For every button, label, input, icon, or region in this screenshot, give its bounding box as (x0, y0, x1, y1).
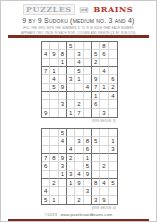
puzzle2-cell-r9c4[interactable] (67, 196, 75, 204)
puzzle2-cell-r3c7[interactable] (92, 146, 100, 154)
puzzle2-cell-r6c5[interactable]: 4 (75, 171, 83, 179)
puzzle1-cell-r3c5[interactable]: 4 (75, 59, 83, 67)
puzzle1-cell-r8c3[interactable]: 3 (59, 100, 67, 108)
puzzle1-cell-r4c2[interactable]: 1 (50, 67, 58, 75)
puzzle2-cell-r5c7[interactable] (92, 162, 100, 170)
puzzle1-cell-r5c5[interactable]: 1 (75, 75, 83, 83)
puzzle1-cell-r6c1[interactable] (42, 84, 50, 92)
puzzle2-cell-r3c3[interactable] (59, 146, 67, 154)
puzzle1-cell-r9c4[interactable]: 1 (67, 109, 75, 117)
puzzle1-cell-r2c4[interactable] (67, 50, 75, 58)
puzzle1-cell-r3c8[interactable] (100, 59, 108, 67)
puzzle2-cell-r3c8[interactable] (100, 146, 108, 154)
puzzle1-cell-r2c6[interactable] (84, 50, 92, 58)
puzzle1-cell-r8c7[interactable]: 6 (92, 100, 100, 108)
puzzle2-cell-r5c9[interactable] (109, 162, 117, 170)
puzzle1-cell-r3c7[interactable]: 2 (92, 59, 100, 67)
puzzle1-cell-r3c2[interactable] (50, 59, 58, 67)
puzzle1-cell-r7c7[interactable]: 1 (92, 92, 100, 100)
puzzle2-cell-r5c1[interactable]: 6 (42, 162, 50, 170)
puzzle1-cell-r7c2[interactable] (50, 92, 58, 100)
puzzle2-cell-r8c4[interactable] (67, 187, 75, 195)
puzzle2-cell-r7c7[interactable]: 8 (92, 179, 100, 187)
puzzle2-cell-r7c1[interactable] (42, 179, 50, 187)
puzzle1-cell-r1c3[interactable] (59, 42, 67, 50)
puzzle2-cell-r7c8[interactable]: 4 (100, 179, 108, 187)
puzzle2-cell-r4c6[interactable]: 1 (84, 154, 92, 162)
puzzle1-cell-r1c4[interactable]: 5 (67, 42, 75, 50)
puzzle1-cell-r8c9[interactable] (109, 100, 117, 108)
puzzle1-cell-r7c5[interactable] (75, 92, 83, 100)
puzzle2-cell-r7c4[interactable]: 1 (67, 179, 75, 187)
puzzle1-cell-r9c1[interactable]: 9 (42, 109, 50, 117)
sudoku-grid-medium-3: 58498356142715443196594712143269173 (41, 41, 118, 118)
puzzle1-cell-r7c9[interactable]: 4 (109, 92, 117, 100)
puzzle1-cell-r1c5[interactable] (75, 42, 83, 50)
puzzle2-cell-r7c5[interactable]: 9 (75, 179, 83, 187)
puzzle1-cell-r3c9[interactable] (109, 59, 117, 67)
puzzle1-cell-r4c7[interactable] (92, 67, 100, 75)
puzzle2-cell-r9c7[interactable]: 3 (92, 196, 100, 204)
puzzle2-cell-r8c2[interactable] (50, 187, 58, 195)
puzzle1-cell-r7c4[interactable] (67, 92, 75, 100)
puzzle1-cell-r9c9[interactable] (109, 109, 117, 117)
puzzle1-cell-r1c9[interactable] (109, 42, 117, 50)
puzzle2-cell-r4c7[interactable] (92, 154, 100, 162)
puzzle1-cell-r5c3[interactable] (59, 75, 67, 83)
puzzle2-cell-r7c2[interactable]: 2 (50, 179, 58, 187)
puzzle1-cell-r1c1[interactable] (42, 42, 50, 50)
puzzle2-cell-r7c3[interactable] (59, 179, 67, 187)
puzzle1-cell-r3c6[interactable] (84, 59, 92, 67)
puzzle1-cell-r3c4[interactable] (67, 59, 75, 67)
puzzle1-cell-r7c1[interactable] (42, 92, 50, 100)
puzzle2-cell-r4c9[interactable] (109, 154, 117, 162)
puzzle2-cell-r4c8[interactable] (100, 154, 108, 162)
puzzle2-cell-r4c2[interactable]: 8 (50, 154, 58, 162)
puzzle1-cell-r8c1[interactable] (42, 100, 50, 108)
puzzle1-cell-r6c9[interactable]: 2 (109, 84, 117, 92)
puzzle2-cell-r4c4[interactable]: 2 (67, 154, 75, 162)
puzzle2-cell-r2c9[interactable]: 1 (109, 137, 117, 145)
puzzle1-cell-r9c6[interactable] (84, 109, 92, 117)
puzzle-1-caption: (9x9 medium 3) (66, 119, 116, 123)
bottom-accent-bar (8, 219, 149, 222)
puzzle1-cell-r5c6[interactable] (84, 75, 92, 83)
puzzle2-cell-r6c9[interactable] (109, 171, 117, 179)
puzzle1-cell-r4c6[interactable] (84, 67, 92, 75)
puzzle1-cell-r7c8[interactable] (100, 92, 108, 100)
puzzle2-cell-r9c3[interactable] (59, 196, 67, 204)
puzzle2-cell-r9c5[interactable]: 2 (75, 196, 83, 204)
puzzle1-cell-r2c3[interactable]: 8 (59, 50, 67, 58)
puzzle2-cell-r3c2[interactable] (50, 146, 58, 154)
puzzle2-cell-r1c3[interactable]: 5 (59, 129, 67, 137)
puzzle1-cell-r6c6[interactable]: 4 (84, 84, 92, 92)
puzzle1-cell-r2c8[interactable]: 6 (100, 50, 108, 58)
puzzle2-cell-r9c8[interactable]: 9 (100, 196, 108, 204)
puzzle1-cell-r1c8[interactable]: 8 (100, 42, 108, 50)
puzzle1-cell-r6c2[interactable]: 5 (50, 84, 58, 92)
puzzle1-cell-r8c8[interactable] (100, 100, 108, 108)
puzzle2-cell-r4c3[interactable]: 9 (59, 154, 67, 162)
puzzle2-cell-r7c6[interactable] (84, 179, 92, 187)
puzzle2-cell-r6c7[interactable] (92, 171, 100, 179)
puzzle1-cell-r4c4[interactable] (67, 67, 75, 75)
sudoku-grid-medium-4: 54385146378921635213492198454351239 (41, 128, 118, 205)
puzzle1-cell-r8c2[interactable] (50, 100, 58, 108)
puzzle2-cell-r3c5[interactable] (75, 146, 83, 154)
puzzle2-cell-r8c5[interactable] (75, 187, 83, 195)
puzzle2-cell-r9c1[interactable]: 5 (42, 196, 50, 204)
puzzle1-cell-r4c5[interactable]: 5 (75, 67, 83, 75)
puzzle1-cell-r3c1[interactable] (42, 59, 50, 67)
puzzle2-cell-r5c6[interactable]: 5 (84, 162, 92, 170)
puzzle1-cell-r2c9[interactable] (109, 50, 117, 58)
puzzle2-cell-r4c1[interactable]: 7 (42, 154, 50, 162)
puzzle1-cell-r6c8[interactable]: 1 (100, 84, 108, 92)
puzzle2-cell-r1c7[interactable] (92, 129, 100, 137)
puzzle2-cell-r8c7[interactable] (92, 187, 100, 195)
top-accent-bar (8, 35, 149, 38)
puzzle2-cell-r8c3[interactable] (59, 187, 67, 195)
puzzle1-cell-r4c9[interactable] (109, 67, 117, 75)
puzzle2-cell-r2c5[interactable]: 3 (75, 137, 83, 145)
puzzle2-cell-r5c3[interactable]: 3 (59, 162, 67, 170)
puzzle1-cell-r6c5[interactable] (75, 84, 83, 92)
page-title: 9 by 9 Sudoku (medium no. 3 and 4) (22, 17, 134, 24)
puzzle1-cell-r8c6[interactable] (84, 100, 92, 108)
puzzle-2-caption: (9x9 medium 4) (66, 206, 116, 210)
puzzle1-cell-r4c3[interactable] (59, 67, 67, 75)
puzzle2-cell-r1c5[interactable] (75, 129, 83, 137)
puzzle2-cell-r1c1[interactable] (42, 129, 50, 137)
puzzle1-cell-r9c2[interactable] (50, 109, 58, 117)
puzzle2-cell-r6c3[interactable]: 1 (59, 171, 67, 179)
puzzle1-cell-r9c8[interactable]: 3 (100, 109, 108, 117)
puzzle2-cell-r2c7[interactable]: 5 (92, 137, 100, 145)
puzzle1-cell-r5c2[interactable]: 4 (50, 75, 58, 83)
puzzle1-cell-r7c6[interactable] (84, 92, 92, 100)
instructions: Fill the grid with the numbers 1 to 9 in… (21, 25, 135, 32)
puzzle1-cell-r9c5[interactable]: 7 (75, 109, 83, 117)
puzzle2-cell-r1c4[interactable] (67, 129, 75, 137)
puzzle2-cell-r2c6[interactable]: 8 (84, 137, 92, 145)
instructions-line-2: appears only once in each row, column an… (21, 30, 135, 35)
puzzle2-cell-r2c2[interactable] (50, 137, 58, 145)
logo-word-puzzles: PUZZLES (23, 4, 75, 15)
puzzle2-cell-r9c2[interactable]: 1 (50, 196, 58, 204)
puzzle2-cell-r5c5[interactable] (75, 162, 83, 170)
puzzle2-cell-r3c6[interactable]: 6 (84, 146, 92, 154)
puzzle1-cell-r5c1[interactable] (42, 75, 50, 83)
puzzle2-cell-r6c2[interactable] (50, 171, 58, 179)
puzzle1-cell-r8c4[interactable] (67, 100, 75, 108)
puzzle1-cell-r6c7[interactable]: 7 (92, 84, 100, 92)
puzzle2-cell-r1c9[interactable] (109, 129, 117, 137)
website-link[interactable]: www.puzzlesandbrains.com (61, 213, 113, 217)
puzzle2-cell-r8c9[interactable] (109, 187, 117, 195)
puzzle1-cell-r2c7[interactable]: 5 (92, 50, 100, 58)
puzzle1-cell-r9c3[interactable] (59, 109, 67, 117)
puzzle2-cell-r1c2[interactable] (50, 129, 58, 137)
puzzle2-cell-r8c6[interactable]: 3 (84, 187, 92, 195)
puzzle2-cell-r2c4[interactable] (67, 137, 75, 145)
puzzle1-cell-r5c4[interactable]: 3 (67, 75, 75, 83)
puzzle1-cell-r4c8[interactable]: 4 (100, 67, 108, 75)
puzzle2-cell-r1c6[interactable] (84, 129, 92, 137)
puzzle1-cell-r1c2[interactable] (50, 42, 58, 50)
puzzle2-cell-r9c6[interactable] (84, 196, 92, 204)
puzzle1-cell-r3c3[interactable]: 1 (59, 59, 67, 67)
puzzle1-cell-r7c3[interactable] (59, 92, 67, 100)
puzzle1-cell-r5c9[interactable]: 6 (109, 75, 117, 83)
puzzle2-cell-r6c6[interactable]: 9 (84, 171, 92, 179)
puzzle1-cell-r2c1[interactable]: 4 (42, 50, 50, 58)
puzzle2-cell-r6c4[interactable]: 3 (67, 171, 75, 179)
puzzle1-cell-r2c2[interactable]: 9 (50, 50, 58, 58)
puzzle2-cell-r8c8[interactable] (100, 187, 108, 195)
puzzle2-cell-r1c8[interactable] (100, 129, 108, 137)
site-logo: PUZZLES and BRAINS (23, 4, 134, 15)
puzzle2-cell-r3c9[interactable]: 3 (109, 146, 117, 154)
puzzle-1-block: 58498356142715443196594712143269173 (9x9… (41, 41, 116, 125)
puzzle2-cell-r7c9[interactable]: 5 (109, 179, 117, 187)
puzzle2-cell-r9c9[interactable] (109, 196, 117, 204)
puzzle2-cell-r8c1[interactable]: 4 (42, 187, 50, 195)
puzzle2-cell-r3c4[interactable]: 4 (67, 146, 75, 154)
copyright-text: ©2019 (45, 213, 57, 217)
puzzle2-cell-r2c8[interactable] (100, 137, 108, 145)
puzzle2-cell-r2c1[interactable] (42, 137, 50, 145)
puzzle2-cell-r2c3[interactable]: 4 (59, 137, 67, 145)
printable-sudoku-page: PUZZLES and BRAINS 9 by 9 Sudoku (medium… (0, 0, 157, 222)
puzzle1-cell-r9c7[interactable] (92, 109, 100, 117)
puzzle2-cell-r6c1[interactable] (42, 171, 50, 179)
puzzle2-cell-r4c5[interactable] (75, 154, 83, 162)
puzzle2-cell-r3c1[interactable] (42, 146, 50, 154)
logo-word-and: and (79, 7, 87, 12)
puzzle1-cell-r5c8[interactable] (100, 75, 108, 83)
puzzle1-cell-r2c5[interactable]: 3 (75, 50, 83, 58)
puzzle1-cell-r8c5[interactable]: 2 (75, 100, 83, 108)
puzzle1-cell-r4c1[interactable]: 7 (42, 67, 50, 75)
logo-word-brains: BRAINS (93, 5, 134, 14)
puzzle1-cell-r1c7[interactable] (92, 42, 100, 50)
puzzle1-cell-r6c4[interactable] (67, 84, 75, 92)
puzzle2-cell-r5c8[interactable]: 2 (100, 162, 108, 170)
puzzle1-cell-r6c3[interactable]: 9 (59, 84, 67, 92)
puzzle2-cell-r6c8[interactable] (100, 171, 108, 179)
puzzle2-cell-r5c4[interactable] (67, 162, 75, 170)
puzzle2-cell-r5c2[interactable] (50, 162, 58, 170)
puzzle1-cell-r5c7[interactable]: 9 (92, 75, 100, 83)
page-footer: ©2019 www.puzzlesandbrains.com (45, 213, 113, 217)
puzzle1-cell-r1c6[interactable] (84, 42, 92, 50)
puzzle-2-block: 54385146378921635213492198454351239 (9x9… (41, 128, 116, 212)
